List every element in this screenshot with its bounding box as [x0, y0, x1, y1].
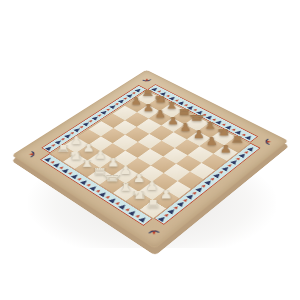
rook-glyph: ♜ [145, 191, 162, 209]
band-triangle-motif: ▲ [246, 146, 256, 153]
band-triangle-motif: ▲ [44, 145, 54, 151]
piece-brown-pawn-h7[interactable]: ♟ [217, 144, 235, 162]
square-d5[interactable] [137, 133, 161, 148]
product-photo-stage: ▲▲▲▲▲▲▲▲▲▲▲▲▲▲▲▲▲▲▲▲▲ ▲▲▲▲▲▲▲▲▲▲▲▲▲▲▲▲▲▲… [0, 0, 300, 300]
board-slab: ▲▲▲▲▲▲▲▲▲▲▲▲▲▲▲▲▲▲▲▲▲ ▲▲▲▲▲▲▲▲▲▲▲▲▲▲▲▲▲▲… [12, 70, 289, 249]
corner-bird-motif [259, 137, 275, 147]
square-f6[interactable] [175, 139, 200, 155]
pawn-glyph: ♟ [159, 186, 172, 200]
pawn-glyph: ♟ [220, 141, 232, 154]
band-triangle-motif: ▲ [245, 134, 255, 140]
scene: ▲▲▲▲▲▲▲▲▲▲▲▲▲▲▲▲▲▲▲▲▲ ▲▲▲▲▲▲▲▲▲▲▲▲▲▲▲▲▲▲… [0, 0, 300, 300]
corner-bird-motif [25, 149, 40, 159]
corner-bird-motif [146, 226, 162, 238]
band-triangle-motif: ▲ [238, 152, 248, 159]
band-triangle-motif: ▲ [157, 215, 168, 223]
band-accent-motif: ▲ [105, 195, 112, 200]
chess-board: ▲▲▲▲▲▲▲▲▲▲▲▲▲▲▲▲▲▲▲▲▲ ▲▲▲▲▲▲▲▲▲▲▲▲▲▲▲▲▲▲… [12, 70, 289, 249]
